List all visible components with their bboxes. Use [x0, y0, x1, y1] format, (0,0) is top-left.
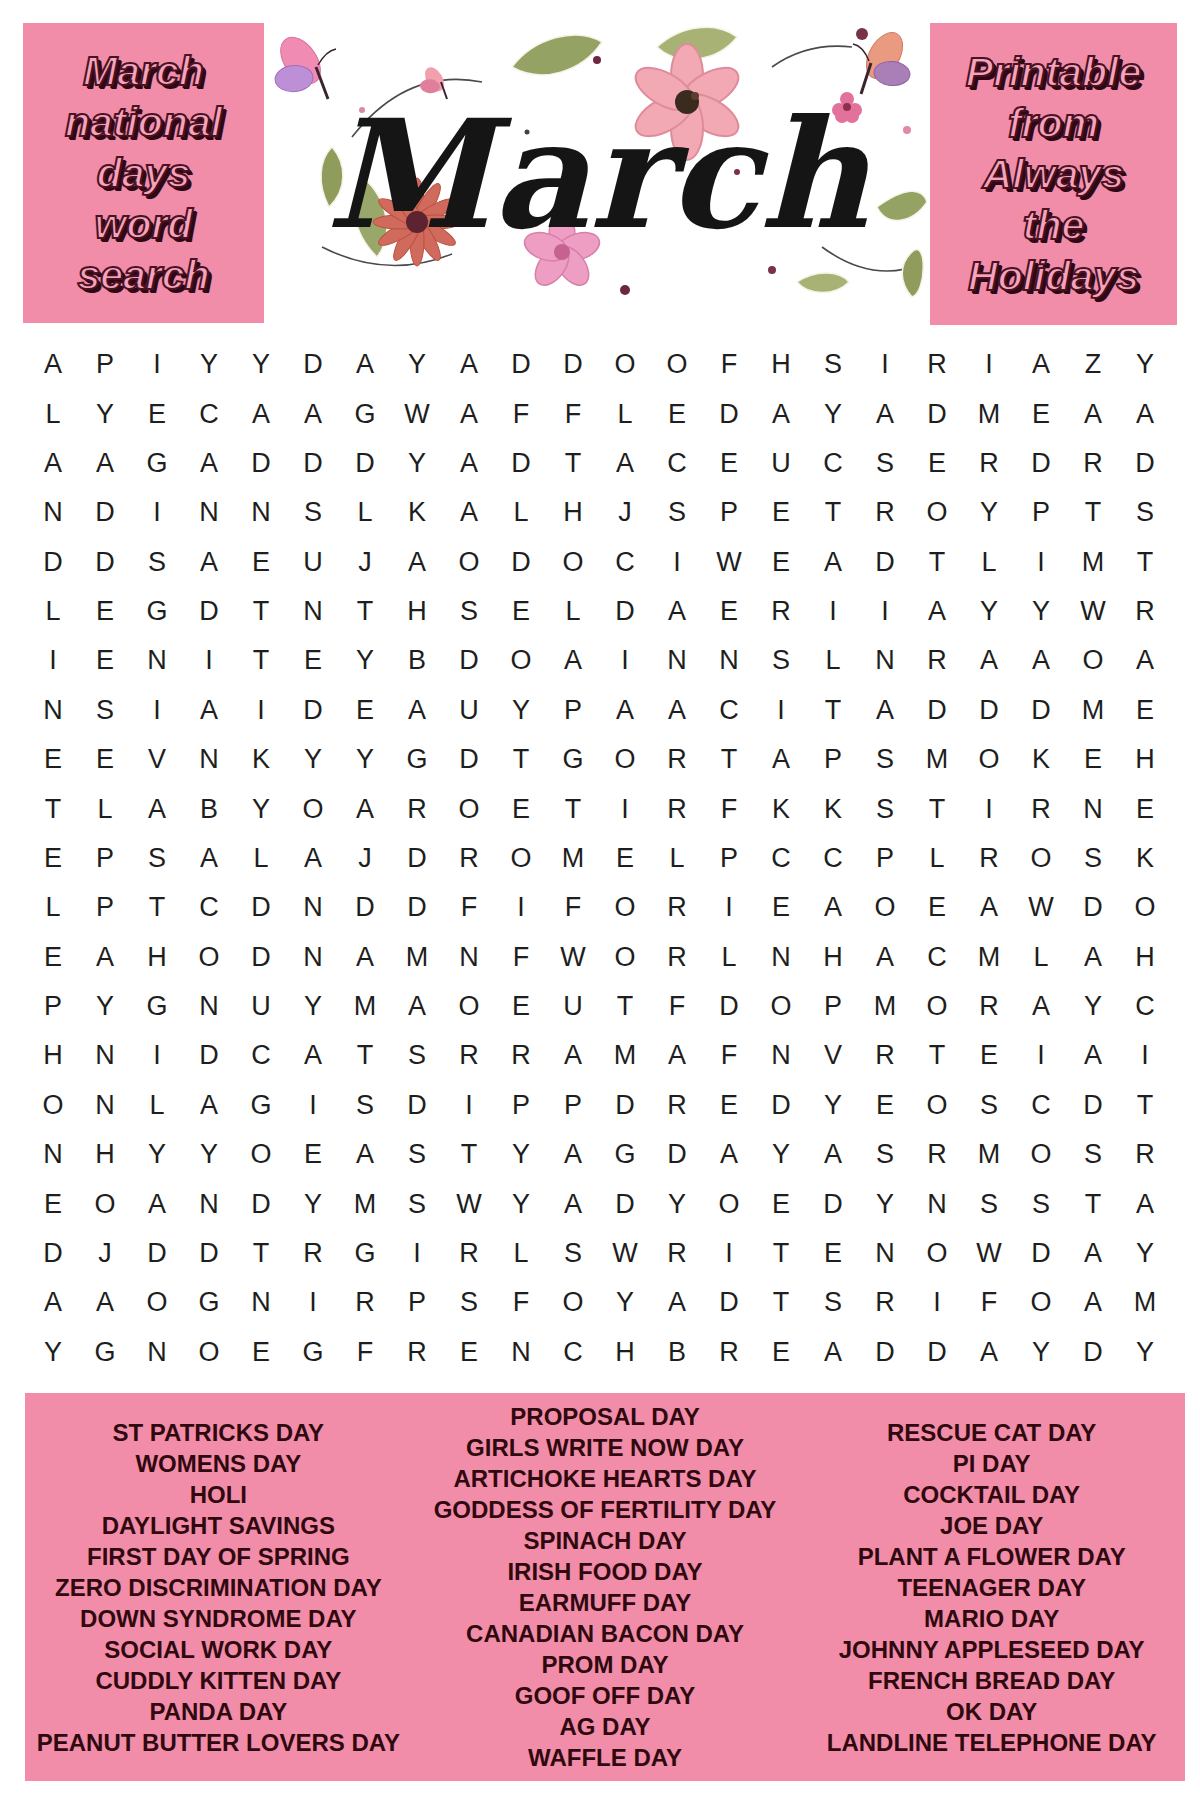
- grid-cell: O: [443, 538, 495, 587]
- grid-cell: H: [1119, 933, 1171, 982]
- grid-cell: A: [183, 834, 235, 883]
- grid-cell: N: [183, 1179, 235, 1228]
- word-item: AG DAY: [559, 1711, 650, 1742]
- grid-cell: I: [1015, 1031, 1067, 1080]
- grid-cell: J: [339, 538, 391, 587]
- grid-cell: C: [703, 686, 755, 735]
- grid-cell: S: [131, 834, 183, 883]
- word-item: ST PATRICKS DAY: [113, 1417, 325, 1448]
- grid-cell: G: [339, 1229, 391, 1278]
- grid-cell: R: [911, 340, 963, 389]
- grid-cell: D: [79, 488, 131, 537]
- word-item: MARIO DAY: [924, 1603, 1059, 1634]
- grid-cell: D: [391, 883, 443, 932]
- grid-cell: S: [339, 1081, 391, 1130]
- credit-box: Printable from Always the Holidays: [930, 23, 1177, 325]
- grid-cell: M: [547, 834, 599, 883]
- grid-cell: N: [703, 636, 755, 685]
- word-item: SOCIAL WORK DAY: [104, 1634, 332, 1665]
- grid-cell: N: [183, 982, 235, 1031]
- grid-cell: T: [755, 1278, 807, 1327]
- grid-cell: D: [859, 538, 911, 587]
- grid-cell: O: [1067, 636, 1119, 685]
- grid-cell: I: [131, 1031, 183, 1080]
- grid-cell: I: [911, 1278, 963, 1327]
- grid-cell: F: [963, 1278, 1015, 1327]
- grid-cell: N: [287, 933, 339, 982]
- word-item: LANDLINE TELEPHONE DAY: [827, 1727, 1157, 1758]
- grid-cell: A: [1067, 389, 1119, 438]
- grid-cell: H: [599, 1328, 651, 1377]
- grid-cell: Y: [495, 1130, 547, 1179]
- grid-cell: E: [703, 439, 755, 488]
- grid-cell: A: [807, 538, 859, 587]
- grid-cell: O: [495, 834, 547, 883]
- word-item: PLANT A FLOWER DAY: [858, 1541, 1126, 1572]
- grid-cell: Z: [1067, 340, 1119, 389]
- grid-cell: S: [391, 1031, 443, 1080]
- word-item: WAFFLE DAY: [528, 1742, 682, 1773]
- grid-cell: E: [703, 1081, 755, 1130]
- grid-cell: E: [755, 1179, 807, 1228]
- grid-cell: I: [131, 340, 183, 389]
- grid-cell: E: [1067, 735, 1119, 784]
- grid-cell: A: [755, 735, 807, 784]
- grid-cell: E: [443, 1328, 495, 1377]
- grid-cell: I: [287, 1278, 339, 1327]
- grid-cell: Y: [183, 1130, 235, 1179]
- grid-cell: T: [1119, 538, 1171, 587]
- grid-cell: S: [1067, 834, 1119, 883]
- grid-cell: P: [703, 488, 755, 537]
- grid-cell: A: [1015, 982, 1067, 1031]
- grid-cell: R: [1067, 439, 1119, 488]
- grid-cell: O: [235, 1130, 287, 1179]
- grid-cell: T: [911, 1031, 963, 1080]
- grid-cell: E: [495, 982, 547, 1031]
- grid-cell: N: [287, 587, 339, 636]
- grid-cell: A: [703, 1130, 755, 1179]
- word-item: JOHNNY APPLESEED DAY: [839, 1634, 1145, 1665]
- grid-cell: A: [859, 389, 911, 438]
- title-box-line: national: [65, 102, 222, 143]
- grid-cell: I: [859, 340, 911, 389]
- grid-cell: H: [391, 587, 443, 636]
- grid-cell: D: [287, 439, 339, 488]
- grid-cell: G: [79, 1328, 131, 1377]
- grid-cell: A: [859, 686, 911, 735]
- grid-cell: L: [27, 389, 79, 438]
- grid-cell: L: [339, 488, 391, 537]
- grid-cell: E: [27, 834, 79, 883]
- grid-cell: D: [443, 636, 495, 685]
- grid-cell: C: [547, 1328, 599, 1377]
- grid-cell: D: [131, 1229, 183, 1278]
- grid-cell: E: [1119, 686, 1171, 735]
- grid-cell: A: [1067, 933, 1119, 982]
- grid-cell: E: [79, 587, 131, 636]
- grid-cell: W: [703, 538, 755, 587]
- grid-cell: A: [547, 636, 599, 685]
- grid-cell: P: [859, 834, 911, 883]
- grid-cell: D: [391, 834, 443, 883]
- title-box-line: March: [83, 51, 204, 92]
- grid-cell: D: [339, 883, 391, 932]
- grid-cell: E: [859, 1081, 911, 1130]
- grid-cell: I: [703, 883, 755, 932]
- grid-cell: D: [911, 1328, 963, 1377]
- grid-cell: Y: [131, 1130, 183, 1179]
- grid-cell: D: [183, 587, 235, 636]
- grid-cell: F: [495, 1278, 547, 1327]
- grid-cell: D: [755, 1081, 807, 1130]
- grid-cell: I: [599, 636, 651, 685]
- grid-cell: G: [287, 1328, 339, 1377]
- grid-cell: E: [599, 834, 651, 883]
- grid-cell: Y: [1119, 1229, 1171, 1278]
- grid-cell: O: [183, 933, 235, 982]
- grid-cell: C: [235, 1031, 287, 1080]
- grid-cell: W: [547, 933, 599, 982]
- grid-cell: M: [391, 933, 443, 982]
- grid-cell: G: [131, 439, 183, 488]
- grid-cell: M: [1067, 538, 1119, 587]
- grid-cell: D: [963, 686, 1015, 735]
- grid-cell: A: [339, 1130, 391, 1179]
- grid-cell: A: [131, 784, 183, 833]
- grid-cell: A: [1067, 1278, 1119, 1327]
- grid-cell: I: [963, 340, 1015, 389]
- grid-cell: A: [1119, 1179, 1171, 1228]
- grid-cell: E: [131, 389, 183, 438]
- title-box-line: word: [95, 204, 193, 245]
- grid-cell: A: [287, 389, 339, 438]
- grid-cell: A: [963, 883, 1015, 932]
- grid-cell: I: [391, 1229, 443, 1278]
- word-item: CUDDLY KITTEN DAY: [95, 1665, 341, 1696]
- grid-cell: C: [807, 834, 859, 883]
- grid-cell: F: [339, 1328, 391, 1377]
- grid-cell: Y: [79, 389, 131, 438]
- grid-cell: D: [287, 340, 339, 389]
- grid-cell: Y: [339, 636, 391, 685]
- grid-cell: Y: [1015, 587, 1067, 636]
- grid-cell: N: [79, 1081, 131, 1130]
- grid-cell: C: [911, 933, 963, 982]
- grid-cell: S: [391, 1179, 443, 1228]
- grid-cell: L: [911, 834, 963, 883]
- grid-cell: A: [1119, 636, 1171, 685]
- grid-cell: I: [27, 636, 79, 685]
- grid-cell: I: [131, 488, 183, 537]
- grid-cell: H: [807, 933, 859, 982]
- grid-cell: L: [131, 1081, 183, 1130]
- grid-cell: R: [859, 1031, 911, 1080]
- word-item: GIRLS WRITE NOW DAY: [466, 1432, 744, 1463]
- grid-cell: E: [1119, 784, 1171, 833]
- grid-cell: O: [703, 1179, 755, 1228]
- grid-cell: Y: [755, 1130, 807, 1179]
- grid-cell: G: [599, 1130, 651, 1179]
- grid-cell: T: [27, 784, 79, 833]
- grid-cell: Y: [1119, 1328, 1171, 1377]
- grid-cell: C: [1015, 1081, 1067, 1130]
- grid-cell: R: [911, 636, 963, 685]
- word-item: ARTICHOKE HEARTS DAY: [453, 1463, 756, 1494]
- grid-cell: A: [547, 1179, 599, 1228]
- grid-cell: I: [1015, 538, 1067, 587]
- grid-cell: C: [755, 834, 807, 883]
- grid-cell: I: [443, 1081, 495, 1130]
- grid-cell: H: [131, 933, 183, 982]
- grid-cell: D: [1015, 1229, 1067, 1278]
- grid-cell: D: [703, 389, 755, 438]
- grid-cell: W: [1015, 883, 1067, 932]
- grid-cell: I: [287, 1081, 339, 1130]
- grid-cell: D: [79, 538, 131, 587]
- grid-cell: I: [703, 1229, 755, 1278]
- grid-cell: Y: [495, 686, 547, 735]
- grid-cell: L: [651, 834, 703, 883]
- grid-cell: T: [495, 735, 547, 784]
- grid-cell: G: [183, 1278, 235, 1327]
- grid-cell: N: [651, 636, 703, 685]
- grid-cell: T: [1067, 488, 1119, 537]
- grid-cell: G: [131, 587, 183, 636]
- grid-cell: A: [27, 439, 79, 488]
- grid-cell: T: [443, 1130, 495, 1179]
- grid-cell: A: [79, 439, 131, 488]
- grid-cell: I: [755, 686, 807, 735]
- grid-cell: R: [287, 1229, 339, 1278]
- grid-cell: R: [1119, 587, 1171, 636]
- grid-cell: R: [651, 883, 703, 932]
- grid-cell: H: [79, 1130, 131, 1179]
- grid-cell: A: [547, 1130, 599, 1179]
- grid-cell: D: [807, 1179, 859, 1228]
- grid-cell: D: [287, 686, 339, 735]
- grid-cell: D: [599, 587, 651, 636]
- word-item: SPINACH DAY: [523, 1525, 686, 1556]
- grid-cell: S: [1119, 488, 1171, 537]
- grid-cell: N: [131, 636, 183, 685]
- grid-cell: H: [547, 488, 599, 537]
- word-item: DAYLIGHT SAVINGS: [102, 1510, 335, 1541]
- grid-cell: G: [235, 1081, 287, 1130]
- grid-cell: T: [547, 439, 599, 488]
- grid-cell: J: [79, 1229, 131, 1278]
- word-item: TEENAGER DAY: [897, 1572, 1085, 1603]
- word-item: JOE DAY: [940, 1510, 1043, 1541]
- grid-cell: P: [495, 1081, 547, 1130]
- grid-cell: R: [443, 1229, 495, 1278]
- word-item: GOOF OFF DAY: [515, 1680, 695, 1711]
- grid-cell: Y: [807, 1081, 859, 1130]
- grid-cell: R: [495, 1031, 547, 1080]
- grid-cell: O: [755, 982, 807, 1031]
- grid-cell: M: [963, 1130, 1015, 1179]
- grid-cell: C: [183, 389, 235, 438]
- grid-cell: W: [599, 1229, 651, 1278]
- grid-cell: O: [495, 636, 547, 685]
- grid-cell: L: [495, 488, 547, 537]
- grid-cell: K: [391, 488, 443, 537]
- grid-cell: A: [443, 439, 495, 488]
- grid-cell: A: [183, 1081, 235, 1130]
- grid-cell: D: [1119, 439, 1171, 488]
- grid-cell: D: [703, 1278, 755, 1327]
- grid-cell: D: [235, 1179, 287, 1228]
- grid-cell: D: [1015, 439, 1067, 488]
- grid-cell: E: [1015, 389, 1067, 438]
- grid-cell: F: [703, 784, 755, 833]
- grid-cell: E: [235, 1328, 287, 1377]
- grid-cell: A: [599, 439, 651, 488]
- grid-cell: E: [79, 636, 131, 685]
- grid-cell: L: [1015, 933, 1067, 982]
- grid-cell: D: [651, 1130, 703, 1179]
- grid-cell: T: [807, 686, 859, 735]
- word-list-col-3: RESCUE CAT DAYPI DAYCOCKTAIL DAYJOE DAYP…: [798, 1393, 1185, 1781]
- grid-cell: A: [807, 1130, 859, 1179]
- grid-cell: D: [235, 933, 287, 982]
- grid-cell: P: [1015, 488, 1067, 537]
- word-item: OK DAY: [946, 1696, 1037, 1727]
- grid-cell: A: [391, 982, 443, 1031]
- grid-cell: A: [859, 933, 911, 982]
- grid-cell: E: [287, 636, 339, 685]
- grid-cell: O: [599, 735, 651, 784]
- grid-cell: I: [807, 587, 859, 636]
- grid-cell: A: [443, 488, 495, 537]
- title-box-line: search: [77, 255, 209, 296]
- grid-cell: A: [807, 883, 859, 932]
- grid-cell: A: [1119, 389, 1171, 438]
- grid-cell: N: [859, 1229, 911, 1278]
- grid-cell: J: [339, 834, 391, 883]
- grid-cell: N: [235, 1278, 287, 1327]
- grid-cell: T: [235, 636, 287, 685]
- grid-cell: D: [599, 1179, 651, 1228]
- grid-cell: D: [859, 1328, 911, 1377]
- word-item: PROPOSAL DAY: [510, 1401, 699, 1432]
- grid-cell: Y: [495, 1179, 547, 1228]
- grid-cell: R: [651, 784, 703, 833]
- word-item: DOWN SYNDROME DAY: [80, 1603, 356, 1634]
- grid-cell: Y: [79, 982, 131, 1031]
- grid-cell: S: [547, 1229, 599, 1278]
- word-item: FIRST DAY OF SPRING: [87, 1541, 350, 1572]
- grid-cell: L: [27, 587, 79, 636]
- credit-box-line: Holidays: [968, 256, 1139, 297]
- grid-cell: N: [287, 883, 339, 932]
- grid-cell: D: [235, 883, 287, 932]
- grid-cell: R: [651, 1229, 703, 1278]
- title-box: March national days word search: [23, 23, 264, 323]
- grid-cell: S: [859, 1130, 911, 1179]
- march-banner: March: [267, 12, 927, 317]
- grid-cell: N: [755, 933, 807, 982]
- grid-cell: D: [27, 1229, 79, 1278]
- grid-cell: N: [495, 1328, 547, 1377]
- grid-cell: D: [495, 340, 547, 389]
- grid-cell: S: [131, 538, 183, 587]
- word-list-col-2: PROPOSAL DAYGIRLS WRITE NOW DAYARTICHOKE…: [412, 1393, 799, 1781]
- grid-cell: I: [599, 784, 651, 833]
- grid-cell: B: [391, 636, 443, 685]
- word-item: EARMUFF DAY: [519, 1587, 691, 1618]
- grid-cell: F: [547, 389, 599, 438]
- grid-cell: A: [131, 1179, 183, 1228]
- grid-cell: F: [703, 340, 755, 389]
- grid-cell: D: [703, 982, 755, 1031]
- grid-cell: C: [807, 439, 859, 488]
- word-item: WOMENS DAY: [135, 1448, 301, 1479]
- grid-cell: K: [807, 784, 859, 833]
- credit-box-line: Printable: [966, 52, 1141, 93]
- word-item: RESCUE CAT DAY: [887, 1417, 1096, 1448]
- grid-cell: R: [963, 834, 1015, 883]
- grid-cell: M: [859, 982, 911, 1031]
- grid-cell: T: [235, 587, 287, 636]
- grid-cell: R: [651, 1081, 703, 1130]
- grid-cell: N: [911, 1179, 963, 1228]
- credit-box-line: Always: [983, 154, 1124, 195]
- grid-cell: B: [651, 1328, 703, 1377]
- grid-cell: O: [911, 1229, 963, 1278]
- grid-cell: E: [755, 1328, 807, 1377]
- title-box-line: days: [97, 153, 190, 194]
- grid-cell: A: [79, 1278, 131, 1327]
- grid-cell: C: [183, 883, 235, 932]
- grid-cell: R: [859, 1278, 911, 1327]
- grid-cell: R: [443, 834, 495, 883]
- grid-cell: R: [963, 439, 1015, 488]
- grid-cell: P: [79, 340, 131, 389]
- grid-cell: I: [859, 587, 911, 636]
- grid-cell: T: [755, 1229, 807, 1278]
- grid-cell: S: [859, 439, 911, 488]
- grid-cell: S: [859, 784, 911, 833]
- grid-cell: T: [703, 735, 755, 784]
- grid-cell: Y: [1067, 982, 1119, 1031]
- grid-cell: T: [131, 883, 183, 932]
- grid-cell: F: [651, 982, 703, 1031]
- grid-cell: M: [1067, 686, 1119, 735]
- grid-cell: N: [235, 488, 287, 537]
- grid-cell: M: [339, 1179, 391, 1228]
- grid-cell: A: [755, 389, 807, 438]
- grid-cell: R: [911, 1130, 963, 1179]
- grid-cell: L: [547, 587, 599, 636]
- grid-cell: D: [183, 1031, 235, 1080]
- grid-cell: M: [963, 933, 1015, 982]
- grid-cell: F: [495, 389, 547, 438]
- word-item: ZERO DISCRIMINATION DAY: [55, 1572, 382, 1603]
- grid-cell: A: [1067, 1229, 1119, 1278]
- grid-cell: U: [547, 982, 599, 1031]
- grid-cell: U: [443, 686, 495, 735]
- grid-cell: S: [1067, 1130, 1119, 1179]
- grid-cell: E: [911, 883, 963, 932]
- grid-cell: D: [339, 439, 391, 488]
- grid-cell: Y: [391, 340, 443, 389]
- grid-cell: S: [651, 488, 703, 537]
- grid-cell: H: [1119, 735, 1171, 784]
- grid-cell: E: [27, 735, 79, 784]
- grid-cell: A: [443, 389, 495, 438]
- grid-cell: P: [547, 686, 599, 735]
